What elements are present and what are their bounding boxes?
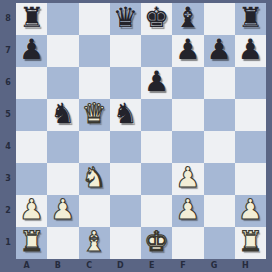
square-g6[interactable] (204, 67, 235, 99)
square-b8[interactable] (47, 3, 78, 35)
rank-label-6: 6 (0, 67, 16, 99)
square-a3[interactable] (16, 163, 47, 195)
black-rook-a8[interactable]: ♜ (19, 3, 44, 33)
square-h1[interactable]: ♜ (235, 227, 266, 259)
square-e6[interactable]: ♟ (141, 67, 172, 99)
square-e7[interactable] (141, 35, 172, 67)
rank-label-4: 4 (0, 131, 16, 163)
square-e5[interactable] (141, 99, 172, 131)
square-a1[interactable]: ♜ (16, 227, 47, 259)
square-a7[interactable]: ♟ (16, 35, 47, 67)
square-b7[interactable] (47, 35, 78, 67)
square-c7[interactable] (79, 35, 110, 67)
square-d8[interactable]: ♛ (110, 3, 141, 35)
square-a4[interactable] (16, 131, 47, 163)
square-f3[interactable]: ♟ (172, 163, 203, 195)
square-f6[interactable] (172, 67, 203, 99)
white-pawn-a2[interactable]: ♟ (19, 195, 44, 225)
square-e4[interactable] (141, 131, 172, 163)
square-d7[interactable] (110, 35, 141, 67)
white-king-e1[interactable]: ♚ (144, 227, 169, 257)
square-d4[interactable] (110, 131, 141, 163)
square-g8[interactable] (204, 3, 235, 35)
square-b2[interactable]: ♟ (47, 195, 78, 227)
square-h3[interactable] (235, 163, 266, 195)
file-label-b: B (42, 259, 73, 272)
square-c1[interactable]: ♝ (79, 227, 110, 259)
square-c4[interactable] (79, 131, 110, 163)
square-a8[interactable]: ♜ (16, 3, 47, 35)
black-rook-h8[interactable]: ♜ (238, 3, 263, 33)
square-h6[interactable] (235, 67, 266, 99)
square-h8[interactable]: ♜ (235, 3, 266, 35)
black-king-e8[interactable]: ♚ (144, 3, 169, 33)
square-e8[interactable]: ♚ (141, 3, 172, 35)
black-pawn-h7[interactable]: ♟ (238, 35, 263, 65)
white-queen-c5[interactable]: ♛ (82, 99, 107, 129)
square-e1[interactable]: ♚ (141, 227, 172, 259)
square-a2[interactable]: ♟ (16, 195, 47, 227)
square-e3[interactable] (141, 163, 172, 195)
square-h7[interactable]: ♟ (235, 35, 266, 67)
white-rook-a1[interactable]: ♜ (19, 227, 44, 257)
square-h5[interactable] (235, 99, 266, 131)
square-d3[interactable] (110, 163, 141, 195)
square-f2[interactable]: ♟ (172, 195, 203, 227)
square-g1[interactable] (204, 227, 235, 259)
square-a5[interactable] (16, 99, 47, 131)
square-h2[interactable]: ♟ (235, 195, 266, 227)
square-g4[interactable] (204, 131, 235, 163)
file-label-g: G (199, 259, 230, 272)
black-queen-d8[interactable]: ♛ (113, 3, 138, 33)
square-f1[interactable] (172, 227, 203, 259)
square-c8[interactable] (79, 3, 110, 35)
chess-board: ♜♛♚♝♜♟♟♟♟♟♞♛♞♞♟♟♟♟♟♜♝♚♜ (16, 3, 266, 259)
square-h4[interactable] (235, 131, 266, 163)
black-pawn-f7[interactable]: ♟ (175, 35, 200, 65)
square-e2[interactable] (141, 195, 172, 227)
file-label-f: F (167, 259, 198, 272)
square-c3[interactable]: ♞ (79, 163, 110, 195)
chess-board-frame: ♜♛♚♝♜♟♟♟♟♟♞♛♞♞♟♟♟♟♟♜♝♚♜ 87654321 ABCDEFG… (0, 0, 272, 272)
white-bishop-c1[interactable]: ♝ (82, 227, 107, 257)
square-b6[interactable] (47, 67, 78, 99)
rank-label-5: 5 (0, 99, 16, 131)
black-knight-b5[interactable]: ♞ (50, 99, 75, 129)
rank-label-3: 3 (0, 163, 16, 195)
square-d2[interactable] (110, 195, 141, 227)
white-pawn-h2[interactable]: ♟ (238, 195, 263, 225)
square-a6[interactable] (16, 67, 47, 99)
square-d5[interactable]: ♞ (110, 99, 141, 131)
black-pawn-a7[interactable]: ♟ (19, 35, 44, 65)
square-g5[interactable] (204, 99, 235, 131)
square-d1[interactable] (110, 227, 141, 259)
rank-label-2: 2 (0, 195, 16, 227)
rank-label-8: 8 (0, 3, 16, 35)
white-rook-h1[interactable]: ♜ (238, 227, 263, 257)
black-bishop-f8[interactable]: ♝ (175, 3, 200, 33)
square-g7[interactable]: ♟ (204, 35, 235, 67)
file-label-a: A (11, 259, 42, 272)
white-knight-c3[interactable]: ♞ (82, 163, 107, 193)
square-g2[interactable] (204, 195, 235, 227)
black-pawn-e6[interactable]: ♟ (144, 67, 169, 97)
square-b1[interactable] (47, 227, 78, 259)
square-f5[interactable] (172, 99, 203, 131)
rank-label-1: 1 (0, 227, 16, 259)
square-c5[interactable]: ♛ (79, 99, 110, 131)
square-c6[interactable] (79, 67, 110, 99)
square-d6[interactable] (110, 67, 141, 99)
square-g3[interactable] (204, 163, 235, 195)
square-c2[interactable] (79, 195, 110, 227)
rank-label-7: 7 (0, 35, 16, 67)
square-f7[interactable]: ♟ (172, 35, 203, 67)
white-pawn-f2[interactable]: ♟ (175, 195, 200, 225)
white-pawn-b2[interactable]: ♟ (50, 195, 75, 225)
square-b3[interactable] (47, 163, 78, 195)
black-knight-d5[interactable]: ♞ (113, 99, 138, 129)
white-pawn-f3[interactable]: ♟ (175, 163, 200, 193)
square-f4[interactable] (172, 131, 203, 163)
square-f8[interactable]: ♝ (172, 3, 203, 35)
file-label-d: D (105, 259, 136, 272)
file-label-c: C (74, 259, 105, 272)
square-b4[interactable] (47, 131, 78, 163)
file-label-e: E (136, 259, 167, 272)
black-pawn-g7[interactable]: ♟ (207, 35, 232, 65)
file-label-h: H (230, 259, 261, 272)
square-b5[interactable]: ♞ (47, 99, 78, 131)
